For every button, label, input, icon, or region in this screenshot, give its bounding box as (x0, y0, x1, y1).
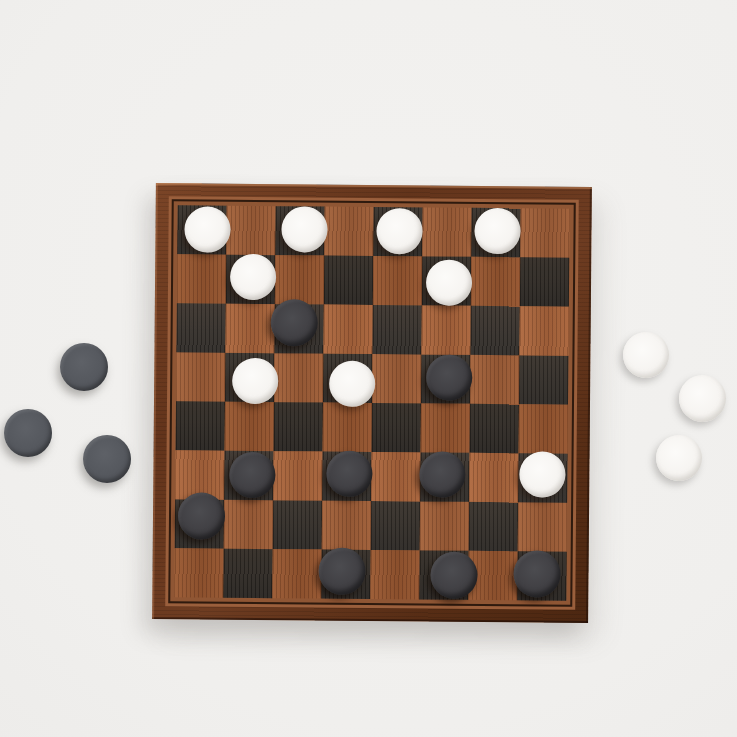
checker-black-offboard[interactable] (4, 409, 52, 457)
pieces-layer (174, 205, 569, 600)
checker-black[interactable] (426, 354, 472, 400)
board-grid (174, 205, 569, 600)
checker-black[interactable] (318, 547, 365, 594)
checker-black[interactable] (326, 451, 372, 497)
checker-white[interactable] (329, 361, 375, 407)
checker-white[interactable] (376, 208, 422, 254)
checker-black-offboard[interactable] (60, 343, 108, 391)
checker-black[interactable] (270, 299, 317, 346)
checker-white[interactable] (232, 358, 278, 404)
scene (0, 0, 737, 737)
checker-white-offboard[interactable] (656, 435, 702, 481)
checker-black[interactable] (513, 550, 560, 597)
checker-white[interactable] (184, 206, 230, 252)
checker-black[interactable] (419, 451, 465, 497)
checker-white[interactable] (230, 254, 276, 300)
checker-white-offboard[interactable] (679, 375, 726, 422)
checker-black-offboard[interactable] (83, 435, 131, 483)
checker-black[interactable] (430, 551, 477, 598)
checker-black[interactable] (177, 492, 224, 539)
checker-white-offboard[interactable] (623, 332, 669, 378)
checker-white[interactable] (426, 259, 472, 305)
checker-white[interactable] (474, 208, 520, 254)
checkers-board (152, 183, 592, 623)
checker-white[interactable] (281, 206, 327, 252)
board-field (168, 199, 576, 607)
checker-white[interactable] (519, 451, 565, 497)
checker-black[interactable] (229, 452, 275, 498)
